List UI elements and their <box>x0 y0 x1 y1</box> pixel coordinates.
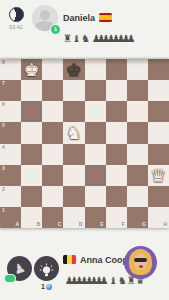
square-f1[interactable]: F <box>106 207 127 228</box>
square-e5[interactable] <box>85 122 106 143</box>
square-c6[interactable] <box>42 101 63 122</box>
captured-knight-icon: ♞ <box>118 275 127 286</box>
square-f2[interactable] <box>106 186 127 207</box>
emote-green-badge <box>4 274 16 283</box>
captured-pawn-icon: ♟ <box>127 33 136 44</box>
square-g8[interactable] <box>127 59 148 80</box>
opponent-time: 03:42 <box>5 24 27 30</box>
hint-button[interactable] <box>34 256 59 281</box>
file-label-d: D <box>79 222 83 227</box>
captured-pawn-icon: ♟ <box>100 275 109 286</box>
square-g4[interactable] <box>127 144 148 165</box>
square-f5[interactable] <box>106 122 127 143</box>
player-bar: ♟ 1 Anna Cooper ♟♟♟♟♟♟♟♟♝♞♜♛ <box>0 228 169 300</box>
square-a1[interactable]: 1A <box>0 207 21 228</box>
chess-app-screen: 03:42 1 Daniela ♜♝♞♟♟♟♟♟♟♟♟ 8♚♚765♞43♛21… <box>0 0 169 300</box>
rank-label-8: 8 <box>2 60 5 65</box>
square-b5[interactable] <box>21 122 42 143</box>
file-label-g: G <box>142 222 146 227</box>
rank-label-7: 7 <box>2 81 5 86</box>
square-a2[interactable]: 2 <box>0 186 21 207</box>
square-b4[interactable] <box>21 144 42 165</box>
opponent-level-badge: 1 <box>50 24 61 35</box>
square-h5[interactable] <box>148 122 169 143</box>
white-knight-piece[interactable]: ♞ <box>63 122 84 143</box>
square-a8[interactable]: 8 <box>0 59 21 80</box>
square-c5[interactable] <box>42 122 63 143</box>
square-b2[interactable] <box>21 186 42 207</box>
square-h4[interactable] <box>148 144 169 165</box>
square-c3[interactable] <box>42 165 63 186</box>
square-a5[interactable]: 5 <box>0 122 21 143</box>
opponent-name: Daniela <box>63 13 95 23</box>
opponent-captured-pieces: ♜♝♞♟♟♟♟♟♟♟♟ <box>63 28 136 39</box>
square-b7[interactable] <box>21 80 42 101</box>
square-c1[interactable]: C <box>42 207 63 228</box>
square-e8[interactable] <box>85 59 106 80</box>
avatar-mouth <box>139 265 143 268</box>
square-g5[interactable] <box>127 122 148 143</box>
square-f3[interactable] <box>106 165 127 186</box>
file-label-a: A <box>16 222 20 227</box>
captured-rook-icon: ♜ <box>63 33 72 44</box>
square-h7[interactable] <box>148 80 169 101</box>
lightbulb-icon <box>39 263 54 279</box>
square-b1[interactable]: B <box>21 207 42 228</box>
square-h3[interactable]: ♛ <box>148 165 169 186</box>
square-g3[interactable] <box>127 165 148 186</box>
black-king-piece[interactable]: ♚ <box>63 59 84 80</box>
file-label-b: B <box>37 222 41 227</box>
square-e7[interactable] <box>85 80 106 101</box>
square-d2[interactable] <box>63 186 84 207</box>
square-d1[interactable]: D <box>63 207 84 228</box>
square-d8[interactable]: ♚ <box>63 59 84 80</box>
square-g7[interactable] <box>127 80 148 101</box>
square-h1[interactable]: H <box>148 207 169 228</box>
square-h6[interactable] <box>148 101 169 122</box>
gem-icon <box>46 284 52 290</box>
square-f7[interactable] <box>106 80 127 101</box>
square-g1[interactable]: G <box>127 207 148 228</box>
square-a3[interactable]: 3 <box>0 165 21 186</box>
captured-knight-icon: ♞ <box>81 33 90 44</box>
white-king-piece[interactable]: ♚ <box>21 59 42 80</box>
belgium-flag-icon <box>63 255 76 264</box>
white-queen-piece[interactable]: ♛ <box>148 165 169 186</box>
square-d4[interactable] <box>63 144 84 165</box>
clock-icon <box>9 7 24 22</box>
square-a7[interactable]: 7 <box>0 80 21 101</box>
square-d7[interactable] <box>63 80 84 101</box>
rank-label-5: 5 <box>2 123 5 128</box>
square-b8[interactable]: ♚ <box>21 59 42 80</box>
rank-label-3: 3 <box>2 166 5 171</box>
square-f4[interactable] <box>106 144 127 165</box>
square-c4[interactable] <box>42 144 63 165</box>
square-e2[interactable] <box>85 186 106 207</box>
file-label-c: C <box>58 222 62 227</box>
square-a6[interactable]: 6 <box>0 101 21 122</box>
chess-board: 8♚♚765♞43♛21ABCDEFGH <box>0 59 169 228</box>
square-g2[interactable] <box>127 186 148 207</box>
square-e1[interactable]: E <box>85 207 106 228</box>
rank-label-6: 6 <box>2 102 5 107</box>
square-c7[interactable] <box>42 80 63 101</box>
square-e4[interactable] <box>85 144 106 165</box>
player-avatar[interactable] <box>124 246 157 279</box>
rank-label-2: 2 <box>2 187 5 192</box>
square-c8[interactable] <box>42 59 63 80</box>
square-d5[interactable]: ♞ <box>63 122 84 143</box>
square-e3[interactable] <box>85 165 106 186</box>
square-f8[interactable] <box>106 59 127 80</box>
square-e6[interactable] <box>85 101 106 122</box>
square-h8[interactable] <box>148 59 169 80</box>
hint-count: 1 <box>34 283 59 290</box>
square-d6[interactable] <box>63 101 84 122</box>
opponent-clock: 03:42 <box>5 7 27 30</box>
captured-bishop-icon: ♝ <box>72 33 81 44</box>
square-f6[interactable] <box>106 101 127 122</box>
rank-label-1: 1 <box>2 208 5 213</box>
avatar-silhouette-head <box>40 10 50 20</box>
rank-label-4: 4 <box>2 145 5 150</box>
avatar-sunglasses <box>134 258 147 262</box>
square-c2[interactable] <box>42 186 63 207</box>
square-b6[interactable] <box>21 101 42 122</box>
square-g6[interactable] <box>127 101 148 122</box>
opponent-bar: 03:42 1 Daniela ♜♝♞♟♟♟♟♟♟♟♟ <box>0 0 169 59</box>
square-d3[interactable] <box>63 165 84 186</box>
square-a4[interactable]: 4 <box>0 144 21 165</box>
file-label-f: F <box>122 222 125 227</box>
file-label-h: H <box>163 222 167 227</box>
spain-flag-icon <box>99 13 112 22</box>
square-h2[interactable] <box>148 186 169 207</box>
opponent-info: Daniela ♜♝♞♟♟♟♟♟♟♟♟ <box>63 8 136 39</box>
file-label-e: E <box>100 222 103 227</box>
captured-bishop-icon: ♝ <box>109 275 118 286</box>
square-b3[interactable] <box>21 165 42 186</box>
